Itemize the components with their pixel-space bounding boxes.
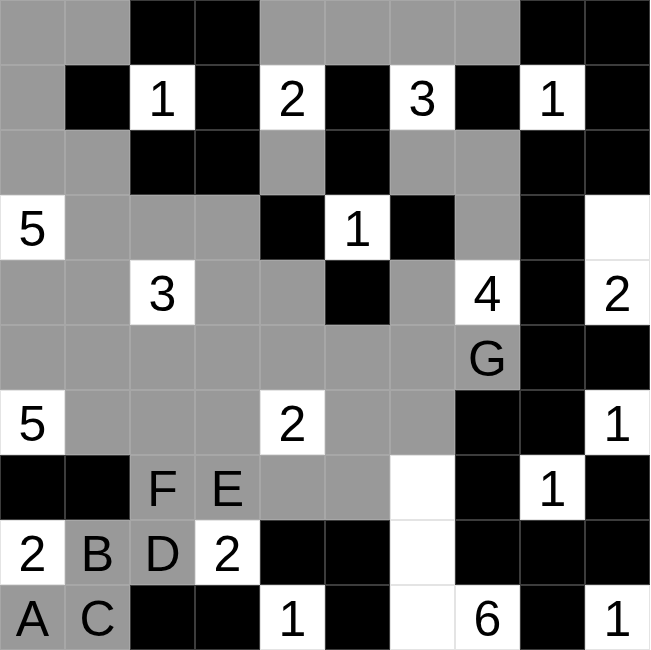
clue-cell-r1c8: 1 <box>520 65 585 130</box>
cell-r6c1[interactable] <box>65 390 130 455</box>
mine-cell-r9c5 <box>325 585 390 650</box>
clue-cell-r1c4: 2 <box>260 65 325 130</box>
cell-r5c1[interactable] <box>65 325 130 390</box>
mine-cell-r2c8 <box>520 130 585 195</box>
clue-cell-r7c8: 1 <box>520 455 585 520</box>
clue-cell-r4c2: 3 <box>130 260 195 325</box>
clue-cell-r1c6: 3 <box>390 65 455 130</box>
mine-cell-r1c9 <box>585 65 650 130</box>
blank-cell-r8c6 <box>390 520 455 585</box>
mine-cell-r4c8 <box>520 260 585 325</box>
mine-cell-r4c5 <box>325 260 390 325</box>
cell-r1c0[interactable] <box>0 65 65 130</box>
clue-cell-r6c0: 5 <box>0 390 65 455</box>
cell-r6c2[interactable] <box>130 390 195 455</box>
blank-cell-r9c6 <box>390 585 455 650</box>
mine-cell-r2c5 <box>325 130 390 195</box>
cell-r0c1[interactable] <box>65 0 130 65</box>
blank-cell-r3c9 <box>585 195 650 260</box>
option-cell-C[interactable]: C <box>65 585 130 650</box>
mine-cell-r3c4 <box>260 195 325 260</box>
cell-r6c5[interactable] <box>325 390 390 455</box>
cell-r2c6[interactable] <box>390 130 455 195</box>
option-cell-B[interactable]: B <box>65 520 130 585</box>
mine-cell-r8c4 <box>260 520 325 585</box>
mine-cell-r0c2 <box>130 0 195 65</box>
mine-cell-r9c2 <box>130 585 195 650</box>
mine-cell-r1c3 <box>195 65 260 130</box>
cell-r3c7[interactable] <box>455 195 520 260</box>
mine-cell-r9c8 <box>520 585 585 650</box>
clue-cell-r8c0: 2 <box>0 520 65 585</box>
cell-r6c3[interactable] <box>195 390 260 455</box>
mine-cell-r3c6 <box>390 195 455 260</box>
cell-r3c2[interactable] <box>130 195 195 260</box>
mine-cell-r7c0 <box>0 455 65 520</box>
cell-r7c5[interactable] <box>325 455 390 520</box>
cell-r6c6[interactable] <box>390 390 455 455</box>
clue-cell-r9c7: 6 <box>455 585 520 650</box>
clue-cell-r4c9: 2 <box>585 260 650 325</box>
mine-cell-r8c5 <box>325 520 390 585</box>
cell-r5c6[interactable] <box>390 325 455 390</box>
cell-r4c3[interactable] <box>195 260 260 325</box>
option-cell-F[interactable]: F <box>130 455 195 520</box>
mine-cell-r2c9 <box>585 130 650 195</box>
blank-cell-r7c6 <box>390 455 455 520</box>
mine-cell-r2c3 <box>195 130 260 195</box>
option-cell-D[interactable]: D <box>130 520 195 585</box>
mine-cell-r1c7 <box>455 65 520 130</box>
cell-r2c4[interactable] <box>260 130 325 195</box>
mine-cell-r1c5 <box>325 65 390 130</box>
mine-cell-r2c2 <box>130 130 195 195</box>
cell-r0c6[interactable] <box>390 0 455 65</box>
cell-r3c1[interactable] <box>65 195 130 260</box>
cell-r4c6[interactable] <box>390 260 455 325</box>
cell-r2c7[interactable] <box>455 130 520 195</box>
mine-cell-r7c1 <box>65 455 130 520</box>
cell-r0c4[interactable] <box>260 0 325 65</box>
cell-r4c1[interactable] <box>65 260 130 325</box>
mine-cell-r0c9 <box>585 0 650 65</box>
cell-r3c3[interactable] <box>195 195 260 260</box>
cell-r5c3[interactable] <box>195 325 260 390</box>
clue-cell-r4c7: 4 <box>455 260 520 325</box>
mine-cell-r7c7 <box>455 455 520 520</box>
cell-r5c0[interactable] <box>0 325 65 390</box>
option-cell-G[interactable]: G <box>455 325 520 390</box>
cell-r0c5[interactable] <box>325 0 390 65</box>
mine-cell-r7c9 <box>585 455 650 520</box>
cell-r2c0[interactable] <box>0 130 65 195</box>
cell-r0c7[interactable] <box>455 0 520 65</box>
clue-cell-r8c3: 2 <box>195 520 260 585</box>
cell-r4c4[interactable] <box>260 260 325 325</box>
option-cell-A[interactable]: A <box>0 585 65 650</box>
cell-r5c4[interactable] <box>260 325 325 390</box>
cell-r5c2[interactable] <box>130 325 195 390</box>
cell-r2c1[interactable] <box>65 130 130 195</box>
cell-r7c4[interactable] <box>260 455 325 520</box>
mine-cell-r1c1 <box>65 65 130 130</box>
clue-cell-r9c4: 1 <box>260 585 325 650</box>
mine-cell-r0c3 <box>195 0 260 65</box>
option-cell-E[interactable]: E <box>195 455 260 520</box>
mine-cell-r0c8 <box>520 0 585 65</box>
mine-cell-r5c9 <box>585 325 650 390</box>
cell-r4c0[interactable] <box>0 260 65 325</box>
mine-cell-r8c7 <box>455 520 520 585</box>
mine-cell-r8c8 <box>520 520 585 585</box>
mine-cell-r5c8 <box>520 325 585 390</box>
cell-r0c0[interactable] <box>0 0 65 65</box>
mine-cell-r9c3 <box>195 585 260 650</box>
mine-cell-r3c8 <box>520 195 585 260</box>
clue-cell-r1c2: 1 <box>130 65 195 130</box>
clue-cell-r3c5: 1 <box>325 195 390 260</box>
clue-cell-r6c4: 2 <box>260 390 325 455</box>
mine-cell-r6c8 <box>520 390 585 455</box>
clue-cell-r9c9: 1 <box>585 585 650 650</box>
clue-cell-r6c9: 1 <box>585 390 650 455</box>
clue-cell-r3c0: 5 <box>0 195 65 260</box>
cell-r5c5[interactable] <box>325 325 390 390</box>
minesweeper-board: 123151342G521FE12BD2AC161 <box>0 0 650 650</box>
mine-cell-r8c9 <box>585 520 650 585</box>
mine-cell-r6c7 <box>455 390 520 455</box>
